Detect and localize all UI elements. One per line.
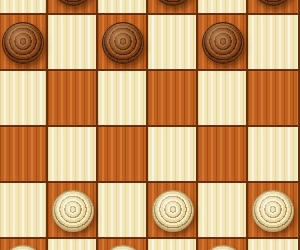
light-checker-piece[interactable] (52, 190, 94, 232)
board-square-r2c0[interactable] (0, 71, 48, 127)
board-square-r3c0[interactable] (0, 127, 48, 183)
light-checker-piece[interactable] (252, 190, 294, 232)
light-checker-piece[interactable] (152, 190, 194, 232)
dark-checker-piece[interactable] (202, 22, 244, 64)
board-square-r5c5[interactable] (248, 239, 300, 250)
board-square-r0c2[interactable] (98, 0, 148, 15)
board-square-r3c1[interactable] (48, 127, 98, 183)
board-square-r5c3[interactable] (148, 239, 198, 250)
board-square-r0c0[interactable] (0, 0, 48, 15)
board-square-r3c3[interactable] (148, 127, 198, 183)
board-square-r0c4[interactable] (198, 0, 248, 15)
board-square-r3c5[interactable] (248, 127, 300, 183)
board-square-r1c3[interactable] (148, 15, 198, 71)
board-square-r2c2[interactable] (98, 71, 148, 127)
board-square-r4c2[interactable] (98, 183, 148, 239)
board-square-r4c4[interactable] (198, 183, 248, 239)
checkers-board (0, 0, 300, 250)
checkers-game-view (0, 0, 300, 250)
dark-checker-piece[interactable] (102, 22, 144, 64)
board-square-r1c1[interactable] (48, 15, 98, 71)
board-square-r2c5[interactable] (248, 71, 300, 127)
board-square-r2c1[interactable] (48, 71, 98, 127)
board-square-r1c5[interactable] (248, 15, 300, 71)
board-square-r4c0[interactable] (0, 183, 48, 239)
board-square-r2c3[interactable] (148, 71, 198, 127)
board-square-r3c4[interactable] (198, 127, 248, 183)
board-square-r2c4[interactable] (198, 71, 248, 127)
board-square-r5c1[interactable] (48, 239, 98, 250)
dark-checker-piece[interactable] (2, 22, 44, 64)
board-square-r3c2[interactable] (98, 127, 148, 183)
